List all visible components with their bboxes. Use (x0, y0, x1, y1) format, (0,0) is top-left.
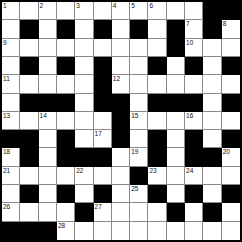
white-cell[interactable] (112, 222, 130, 240)
black-cell (185, 130, 203, 148)
white-cell[interactable] (148, 222, 166, 240)
white-cell[interactable] (39, 20, 57, 38)
black-cell (185, 148, 203, 166)
white-cell[interactable] (148, 39, 166, 57)
black-cell (57, 20, 75, 38)
black-cell (112, 94, 130, 112)
white-cell[interactable] (20, 75, 38, 93)
white-cell[interactable] (39, 39, 57, 57)
white-cell[interactable] (185, 222, 203, 240)
clue-number: 23 (149, 167, 156, 174)
white-cell[interactable] (167, 148, 185, 166)
white-cell[interactable] (203, 112, 221, 130)
white-cell[interactable] (75, 39, 93, 57)
white-cell[interactable]: 3 (75, 2, 93, 20)
clue-number: 5 (131, 2, 135, 9)
clue-number: 7 (186, 20, 190, 27)
white-cell[interactable]: 28 (57, 222, 75, 240)
clue-number: 9 (3, 39, 7, 46)
white-cell[interactable] (2, 185, 20, 203)
white-cell[interactable] (39, 167, 57, 185)
white-cell[interactable]: 16 (185, 112, 203, 130)
crossword-puzzle: 1234567891011121314151617181920212223242… (0, 0, 242, 242)
white-cell[interactable] (20, 112, 38, 130)
black-cell (222, 94, 240, 112)
white-cell[interactable] (94, 222, 112, 240)
white-cell[interactable] (167, 185, 185, 203)
white-cell[interactable]: 23 (148, 167, 166, 185)
white-cell[interactable] (185, 203, 203, 221)
black-cell (2, 222, 20, 240)
clue-number: 17 (95, 130, 102, 137)
white-cell[interactable] (130, 222, 148, 240)
white-cell[interactable] (203, 75, 221, 93)
black-cell (57, 94, 75, 112)
black-cell (112, 112, 130, 130)
black-cell (130, 20, 148, 38)
white-cell[interactable] (148, 112, 166, 130)
black-cell (2, 130, 20, 148)
black-cell (112, 130, 130, 148)
white-cell[interactable] (167, 75, 185, 93)
white-cell[interactable] (130, 130, 148, 148)
clue-number: 3 (76, 2, 80, 9)
white-cell[interactable] (130, 203, 148, 221)
white-cell[interactable] (167, 2, 185, 20)
black-cell (20, 185, 38, 203)
black-cell (94, 148, 112, 166)
white-cell[interactable]: 2 (39, 2, 57, 20)
white-cell[interactable]: 10 (185, 39, 203, 57)
crossword-grid: 1234567891011121314151617181920212223242… (0, 0, 242, 242)
black-cell (148, 185, 166, 203)
white-cell[interactable] (39, 57, 57, 75)
white-cell[interactable] (167, 222, 185, 240)
white-cell[interactable] (222, 39, 240, 57)
white-cell[interactable]: 1 (2, 2, 20, 20)
white-cell[interactable]: 8 (222, 20, 240, 38)
white-cell[interactable] (57, 112, 75, 130)
white-cell[interactable] (148, 75, 166, 93)
black-cell (20, 94, 38, 112)
white-cell[interactable]: 19 (130, 148, 148, 166)
white-cell[interactable] (222, 167, 240, 185)
white-cell[interactable] (130, 39, 148, 57)
white-cell[interactable] (112, 185, 130, 203)
black-cell (203, 203, 221, 221)
white-cell[interactable] (112, 20, 130, 38)
white-cell[interactable] (94, 39, 112, 57)
black-cell (222, 130, 240, 148)
black-cell (57, 148, 75, 166)
white-cell[interactable] (57, 203, 75, 221)
white-cell[interactable] (203, 167, 221, 185)
clue-number: 14 (40, 112, 47, 119)
white-cell[interactable] (167, 112, 185, 130)
black-cell (148, 94, 166, 112)
white-cell[interactable]: 21 (2, 167, 20, 185)
clue-number: 22 (76, 167, 83, 174)
white-cell[interactable] (20, 167, 38, 185)
white-cell[interactable] (20, 2, 38, 20)
black-cell (185, 57, 203, 75)
white-cell[interactable] (57, 75, 75, 93)
white-cell[interactable] (94, 167, 112, 185)
black-cell (203, 2, 221, 20)
clue-number: 6 (149, 2, 153, 9)
white-cell[interactable] (39, 75, 57, 93)
white-cell[interactable] (75, 222, 93, 240)
white-cell[interactable] (39, 148, 57, 166)
white-cell[interactable] (75, 185, 93, 203)
black-cell (20, 222, 38, 240)
white-cell[interactable]: 18 (2, 148, 20, 166)
black-cell (203, 20, 221, 38)
white-cell[interactable] (130, 57, 148, 75)
white-cell[interactable] (2, 57, 20, 75)
black-cell (185, 185, 203, 203)
white-cell[interactable] (203, 222, 221, 240)
clue-number: 18 (3, 148, 10, 155)
white-cell[interactable] (112, 167, 130, 185)
white-cell[interactable]: 5 (130, 2, 148, 20)
clue-number: 24 (186, 167, 193, 174)
white-cell[interactable] (148, 203, 166, 221)
black-cell (167, 94, 185, 112)
white-cell[interactable] (167, 57, 185, 75)
black-cell (75, 148, 93, 166)
clue-number: 19 (131, 148, 138, 155)
white-cell[interactable] (39, 203, 57, 221)
black-cell (148, 148, 166, 166)
black-cell (94, 94, 112, 112)
white-cell[interactable] (222, 75, 240, 93)
clue-number: 12 (113, 75, 120, 82)
black-cell (94, 75, 112, 93)
white-cell[interactable]: 4 (112, 2, 130, 20)
white-cell[interactable] (112, 57, 130, 75)
white-cell[interactable] (112, 203, 130, 221)
black-cell (94, 57, 112, 75)
white-cell[interactable] (39, 130, 57, 148)
white-cell[interactable] (167, 167, 185, 185)
black-cell (20, 57, 38, 75)
white-cell[interactable] (167, 130, 185, 148)
black-cell (20, 148, 38, 166)
white-cell[interactable]: 12 (112, 75, 130, 93)
white-cell[interactable]: 7 (185, 20, 203, 38)
clue-number: 28 (58, 222, 65, 229)
black-cell (148, 130, 166, 148)
black-cell (130, 167, 148, 185)
clue-number: 4 (113, 2, 117, 9)
white-cell[interactable] (130, 94, 148, 112)
white-cell[interactable]: 6 (148, 2, 166, 20)
clue-number: 10 (186, 39, 193, 46)
white-cell[interactable] (112, 148, 130, 166)
black-cell (167, 203, 185, 221)
white-cell[interactable] (222, 203, 240, 221)
white-cell[interactable] (222, 222, 240, 240)
white-cell[interactable]: 20 (222, 148, 240, 166)
white-cell[interactable] (203, 185, 221, 203)
white-cell[interactable]: 25 (130, 185, 148, 203)
white-cell[interactable] (75, 57, 93, 75)
clue-number: 25 (131, 185, 138, 192)
white-cell[interactable] (112, 39, 130, 57)
white-cell[interactable] (57, 167, 75, 185)
black-cell (167, 20, 185, 38)
white-cell[interactable] (20, 39, 38, 57)
black-cell (39, 222, 57, 240)
black-cell (94, 20, 112, 38)
black-cell (222, 185, 240, 203)
white-cell[interactable] (185, 75, 203, 93)
black-cell (222, 57, 240, 75)
white-cell[interactable] (57, 2, 75, 20)
white-cell[interactable] (130, 75, 148, 93)
white-cell[interactable]: 13 (2, 112, 20, 130)
black-cell (39, 94, 57, 112)
white-cell[interactable] (2, 94, 20, 112)
black-cell (148, 57, 166, 75)
white-cell[interactable]: 14 (39, 112, 57, 130)
black-cell (94, 185, 112, 203)
clue-number: 1 (3, 2, 7, 9)
clue-number: 16 (186, 112, 193, 119)
white-cell[interactable]: 11 (2, 75, 20, 93)
white-cell[interactable] (75, 94, 93, 112)
white-cell[interactable] (203, 94, 221, 112)
white-cell[interactable] (20, 203, 38, 221)
white-cell[interactable] (94, 2, 112, 20)
white-cell[interactable] (75, 20, 93, 38)
clue-number: 15 (131, 112, 138, 119)
white-cell[interactable] (94, 112, 112, 130)
black-cell (20, 130, 38, 148)
clue-number: 20 (223, 148, 230, 155)
white-cell[interactable] (148, 20, 166, 38)
black-cell (57, 185, 75, 203)
white-cell[interactable]: 22 (75, 167, 93, 185)
white-cell[interactable] (75, 130, 93, 148)
white-cell[interactable] (39, 185, 57, 203)
white-cell[interactable] (75, 112, 93, 130)
white-cell[interactable]: 26 (2, 203, 20, 221)
white-cell[interactable] (222, 112, 240, 130)
clue-number: 27 (95, 203, 102, 210)
white-cell[interactable] (2, 20, 20, 38)
white-cell[interactable]: 24 (185, 167, 203, 185)
clue-number: 21 (3, 167, 10, 174)
black-cell (203, 148, 221, 166)
clue-number: 11 (3, 75, 10, 82)
black-cell (57, 57, 75, 75)
white-cell[interactable]: 15 (130, 112, 148, 130)
white-cell[interactable] (203, 39, 221, 57)
white-cell[interactable]: 17 (94, 130, 112, 148)
white-cell[interactable]: 27 (94, 203, 112, 221)
black-cell (57, 130, 75, 148)
white-cell[interactable] (75, 75, 93, 93)
black-cell (185, 94, 203, 112)
clue-number: 2 (40, 2, 44, 9)
white-cell[interactable] (185, 2, 203, 20)
clue-number: 26 (3, 203, 10, 210)
clue-number: 8 (223, 20, 227, 27)
white-cell[interactable] (57, 39, 75, 57)
black-cell (75, 203, 93, 221)
white-cell[interactable] (203, 130, 221, 148)
black-cell (167, 39, 185, 57)
clue-number: 13 (3, 112, 10, 119)
white-cell[interactable]: 9 (2, 39, 20, 57)
white-cell[interactable] (203, 57, 221, 75)
black-cell (20, 20, 38, 38)
black-cell (222, 2, 240, 20)
